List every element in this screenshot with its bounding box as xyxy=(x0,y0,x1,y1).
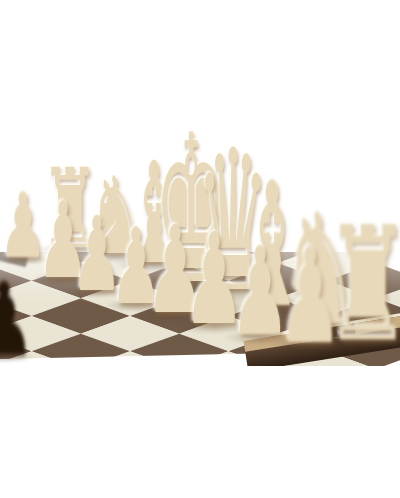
white-pawn-a: ♟ xyxy=(277,244,342,350)
chess-set-photo: 3 ♜♞♝♚♛♝♞♜♟♟♟♟♟♟♟♟♟ xyxy=(0,0,400,498)
pieces-layer: ♜♞♝♚♛♝♞♜♟♟♟♟♟♟♟♟♟ xyxy=(0,0,400,498)
black-pawn-foreground: ♟ xyxy=(0,280,35,360)
